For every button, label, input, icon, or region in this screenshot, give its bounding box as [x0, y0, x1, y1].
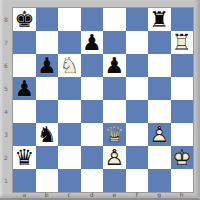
square-a6[interactable]	[13, 54, 36, 77]
square-c8[interactable]	[58, 8, 81, 31]
rank-label-8: 8	[0, 8, 12, 31]
square-e4[interactable]	[103, 100, 126, 123]
square-g4[interactable]	[148, 100, 171, 123]
square-c4[interactable]	[58, 100, 81, 123]
square-g2[interactable]	[148, 146, 171, 169]
square-b7[interactable]	[36, 31, 59, 54]
file-label-d: d	[81, 191, 104, 200]
file-label-h: h	[171, 191, 194, 200]
square-d6[interactable]	[81, 54, 104, 77]
file-label-a: a	[13, 191, 36, 200]
square-d5[interactable]	[81, 77, 104, 100]
piece-black-king-a8[interactable]: ♚	[13, 8, 36, 31]
rank-label-3: 3	[0, 123, 12, 146]
piece-white-queen-e3[interactable]: ♛♕	[103, 123, 126, 146]
piece-black-pawn-b6[interactable]: ♟	[36, 54, 59, 77]
rank-labels: 87654321	[0, 8, 12, 192]
square-h1[interactable]	[171, 169, 194, 192]
square-h2[interactable]: ♚♔	[171, 146, 194, 169]
square-e3[interactable]: ♛♕	[103, 123, 126, 146]
square-a1[interactable]	[13, 169, 36, 192]
square-h3[interactable]	[171, 123, 194, 146]
piece-white-rook-h7[interactable]: ♜♖	[171, 31, 194, 54]
square-f6[interactable]	[126, 54, 149, 77]
file-label-g: g	[148, 191, 171, 200]
square-g5[interactable]	[148, 77, 171, 100]
square-f1[interactable]	[126, 169, 149, 192]
piece-white-knight-c6[interactable]: ♞♘	[58, 54, 81, 77]
chess-board: ♚♜♟♜♖♟♞♘♟♟♞♛♕♟♙♛♟♙♚♔	[13, 8, 193, 192]
square-h4[interactable]	[171, 100, 194, 123]
square-a8[interactable]: ♚	[13, 8, 36, 31]
square-c6[interactable]: ♞♘	[58, 54, 81, 77]
square-f4[interactable]	[126, 100, 149, 123]
square-d2[interactable]	[81, 146, 104, 169]
square-g8[interactable]: ♜	[148, 8, 171, 31]
piece-white-pawn-g3[interactable]: ♟♙	[148, 123, 171, 146]
square-f3[interactable]	[126, 123, 149, 146]
piece-black-pawn-d7[interactable]: ♟	[81, 31, 104, 54]
piece-black-rook-g8[interactable]: ♜	[148, 8, 171, 31]
square-d1[interactable]	[81, 169, 104, 192]
square-c3[interactable]	[58, 123, 81, 146]
square-f7[interactable]	[126, 31, 149, 54]
square-c2[interactable]	[58, 146, 81, 169]
square-a4[interactable]	[13, 100, 36, 123]
piece-black-pawn-e6[interactable]: ♟	[103, 54, 126, 77]
piece-white-king-h2[interactable]: ♚♔	[171, 146, 194, 169]
file-label-f: f	[126, 191, 149, 200]
rank-label-5: 5	[0, 77, 12, 100]
square-d7[interactable]: ♟	[81, 31, 104, 54]
file-label-c: c	[58, 191, 81, 200]
square-h8[interactable]	[171, 8, 194, 31]
piece-white-pawn-e2[interactable]: ♟♙	[103, 146, 126, 169]
square-e7[interactable]	[103, 31, 126, 54]
square-b1[interactable]	[36, 169, 59, 192]
square-h7[interactable]: ♜♖	[171, 31, 194, 54]
square-f2[interactable]	[126, 146, 149, 169]
square-e8[interactable]	[103, 8, 126, 31]
rank-label-6: 6	[0, 54, 12, 77]
square-f8[interactable]	[126, 8, 149, 31]
square-c5[interactable]	[58, 77, 81, 100]
square-a7[interactable]	[13, 31, 36, 54]
square-b8[interactable]	[36, 8, 59, 31]
square-h5[interactable]	[171, 77, 194, 100]
file-label-b: b	[36, 191, 59, 200]
square-h6[interactable]	[171, 54, 194, 77]
square-b2[interactable]	[36, 146, 59, 169]
rank-label-1: 1	[0, 169, 12, 192]
square-b6[interactable]: ♟	[36, 54, 59, 77]
file-labels: abcdefgh	[13, 191, 193, 200]
square-a2[interactable]: ♛	[13, 146, 36, 169]
square-g7[interactable]	[148, 31, 171, 54]
square-b5[interactable]	[36, 77, 59, 100]
file-label-e: e	[103, 191, 126, 200]
square-d4[interactable]	[81, 100, 104, 123]
square-d3[interactable]	[81, 123, 104, 146]
rank-label-7: 7	[0, 31, 12, 54]
square-c7[interactable]	[58, 31, 81, 54]
square-e5[interactable]	[103, 77, 126, 100]
square-a5[interactable]: ♟	[13, 77, 36, 100]
piece-black-pawn-a5[interactable]: ♟	[13, 77, 36, 100]
square-e2[interactable]: ♟♙	[103, 146, 126, 169]
square-e1[interactable]	[103, 169, 126, 192]
square-b3[interactable]: ♞	[36, 123, 59, 146]
square-g3[interactable]: ♟♙	[148, 123, 171, 146]
square-e6[interactable]: ♟	[103, 54, 126, 77]
square-b4[interactable]	[36, 100, 59, 123]
scanned-diagram-frame: ♚♜♟♜♖♟♞♘♟♟♞♛♕♟♙♛♟♙♚♔ abcdefgh 87654321	[0, 0, 200, 200]
piece-black-queen-a2[interactable]: ♛	[13, 146, 36, 169]
rank-label-2: 2	[0, 146, 12, 169]
square-f5[interactable]	[126, 77, 149, 100]
square-g1[interactable]	[148, 169, 171, 192]
piece-black-knight-b3[interactable]: ♞	[36, 123, 59, 146]
square-c1[interactable]	[58, 169, 81, 192]
square-g6[interactable]	[148, 54, 171, 77]
rank-label-4: 4	[0, 100, 12, 123]
square-a3[interactable]	[13, 123, 36, 146]
square-d8[interactable]	[81, 8, 104, 31]
